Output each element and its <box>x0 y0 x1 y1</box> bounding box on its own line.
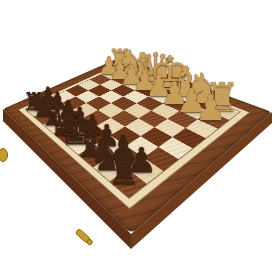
brass-hinge <box>0 149 8 162</box>
brass-clasp <box>75 228 94 246</box>
chess-set-photo: ♜♞♝♛♚♝♞♜♟♟♟♟♟♟♟♟♟♟♟♟♟♟♟♟♜♞♝♛♚♝♞♜ <box>0 0 280 280</box>
